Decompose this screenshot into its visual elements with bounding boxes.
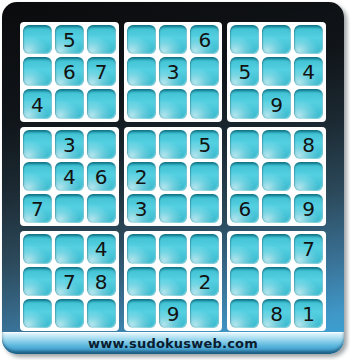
cell-r2c8[interactable]: [262, 57, 291, 86]
cell-r4c6: 5: [190, 130, 219, 159]
cell-r8c1[interactable]: [23, 267, 52, 296]
cell-r4c4[interactable]: [127, 130, 156, 159]
website-link[interactable]: www.sudokusweb.com: [88, 336, 258, 351]
cell-r1c4[interactable]: [127, 25, 156, 54]
given-digit: 7: [95, 61, 108, 82]
cell-r6c6[interactable]: [190, 194, 219, 223]
given-digit: 9: [270, 94, 283, 115]
cell-r6c2[interactable]: [55, 194, 84, 223]
cell-r8c2: 7: [55, 267, 84, 296]
cell-r9c5: 9: [159, 299, 188, 328]
block-3-2: 29: [124, 231, 223, 331]
given-digit: 3: [167, 61, 180, 82]
sudoku-frame: 567463549346752386947829781 www.sudokusw…: [2, 2, 344, 354]
cell-r6c8[interactable]: [262, 194, 291, 223]
cell-r7c3: 4: [87, 234, 116, 263]
cell-r5c6[interactable]: [190, 162, 219, 191]
sudoku-board: 567463549346752386947829781: [20, 22, 326, 331]
given-digit: 2: [199, 271, 212, 292]
cell-r1c2: 5: [55, 25, 84, 54]
cell-r3c7[interactable]: [230, 89, 259, 118]
cell-r8c3: 8: [87, 267, 116, 296]
given-digit: 1: [302, 303, 315, 324]
cell-r1c5[interactable]: [159, 25, 188, 54]
given-digit: 4: [63, 166, 76, 187]
given-digit: 7: [63, 271, 76, 292]
cell-r6c7: 6: [230, 194, 259, 223]
cell-r2c7: 5: [230, 57, 259, 86]
cell-r3c1: 4: [23, 89, 52, 118]
cell-r4c5[interactable]: [159, 130, 188, 159]
cell-r5c2: 4: [55, 162, 84, 191]
cell-r5c5[interactable]: [159, 162, 188, 191]
cell-r9c6[interactable]: [190, 299, 219, 328]
given-digit: 4: [31, 94, 44, 115]
given-digit: 5: [238, 61, 251, 82]
cell-r5c8[interactable]: [262, 162, 291, 191]
cell-r2c5: 3: [159, 57, 188, 86]
given-digit: 9: [302, 198, 315, 219]
cell-r6c5[interactable]: [159, 194, 188, 223]
given-digit: 6: [63, 61, 76, 82]
cell-r5c3: 6: [87, 162, 116, 191]
cell-r4c7[interactable]: [230, 130, 259, 159]
cell-r4c3[interactable]: [87, 130, 116, 159]
block-2-3: 869: [227, 127, 326, 227]
cell-r3c5[interactable]: [159, 89, 188, 118]
given-digit: 6: [95, 166, 108, 187]
given-digit: 5: [199, 134, 212, 155]
given-digit: 3: [63, 134, 76, 155]
cell-r6c3[interactable]: [87, 194, 116, 223]
cell-r3c6[interactable]: [190, 89, 219, 118]
cell-r1c7[interactable]: [230, 25, 259, 54]
given-digit: 3: [135, 198, 148, 219]
cell-r5c1[interactable]: [23, 162, 52, 191]
cell-r3c9[interactable]: [294, 89, 323, 118]
cell-r4c8[interactable]: [262, 130, 291, 159]
given-digit: 6: [199, 29, 212, 50]
cell-r2c2: 6: [55, 57, 84, 86]
given-digit: 8: [302, 134, 315, 155]
cell-r7c8[interactable]: [262, 234, 291, 263]
block-1-2: 63: [124, 22, 223, 122]
cell-r1c1[interactable]: [23, 25, 52, 54]
cell-r8c5[interactable]: [159, 267, 188, 296]
cell-r9c7[interactable]: [230, 299, 259, 328]
cell-r8c8[interactable]: [262, 267, 291, 296]
cell-r1c6: 6: [190, 25, 219, 54]
cell-r8c9[interactable]: [294, 267, 323, 296]
cell-r6c1: 7: [23, 194, 52, 223]
cell-r7c4[interactable]: [127, 234, 156, 263]
given-digit: 4: [302, 61, 315, 82]
cell-r7c5[interactable]: [159, 234, 188, 263]
cell-r9c4[interactable]: [127, 299, 156, 328]
cell-r9c3[interactable]: [87, 299, 116, 328]
cell-r7c9: 7: [294, 234, 323, 263]
block-1-1: 5674: [20, 22, 119, 122]
cell-r4c9: 8: [294, 130, 323, 159]
cell-r3c8: 9: [262, 89, 291, 118]
footer-bar: www.sudokusweb.com: [2, 332, 344, 354]
block-2-1: 3467: [20, 127, 119, 227]
given-digit: 2: [135, 166, 148, 187]
given-digit: 7: [31, 198, 44, 219]
cell-r2c3: 7: [87, 57, 116, 86]
given-digit: 7: [302, 238, 315, 259]
cell-r4c1[interactable]: [23, 130, 52, 159]
cell-r2c6[interactable]: [190, 57, 219, 86]
block-3-1: 478: [20, 231, 119, 331]
cell-r7c2[interactable]: [55, 234, 84, 263]
cell-r5c4: 2: [127, 162, 156, 191]
cell-r3c2[interactable]: [55, 89, 84, 118]
given-digit: 8: [270, 303, 283, 324]
block-2-2: 523: [124, 127, 223, 227]
cell-r2c9: 4: [294, 57, 323, 86]
cell-r7c7[interactable]: [230, 234, 259, 263]
cell-r4c2: 3: [55, 130, 84, 159]
block-3-3: 781: [227, 231, 326, 331]
cell-r3c4[interactable]: [127, 89, 156, 118]
cell-r6c9: 9: [294, 194, 323, 223]
cell-r7c1[interactable]: [23, 234, 52, 263]
cell-r9c2[interactable]: [55, 299, 84, 328]
cell-r1c9[interactable]: [294, 25, 323, 54]
cell-r5c9[interactable]: [294, 162, 323, 191]
given-digit: 9: [167, 303, 180, 324]
block-1-3: 549: [227, 22, 326, 122]
cell-r1c8[interactable]: [262, 25, 291, 54]
cell-r3c3[interactable]: [87, 89, 116, 118]
cell-r5c7[interactable]: [230, 162, 259, 191]
cell-r9c8: 8: [262, 299, 291, 328]
cell-r6c4: 3: [127, 194, 156, 223]
cell-r8c7[interactable]: [230, 267, 259, 296]
cell-r2c1[interactable]: [23, 57, 52, 86]
cell-r1c3[interactable]: [87, 25, 116, 54]
cell-r2c4[interactable]: [127, 57, 156, 86]
cell-r9c1[interactable]: [23, 299, 52, 328]
given-digit: 5: [63, 29, 76, 50]
cell-r8c4[interactable]: [127, 267, 156, 296]
given-digit: 6: [238, 198, 251, 219]
cell-r9c9: 1: [294, 299, 323, 328]
cell-r7c6[interactable]: [190, 234, 219, 263]
given-digit: 8: [95, 271, 108, 292]
given-digit: 4: [95, 238, 108, 259]
cell-r8c6: 2: [190, 267, 219, 296]
